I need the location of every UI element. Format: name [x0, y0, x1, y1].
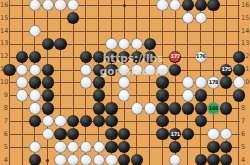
- black-stone-O8[interactable]: [169, 102, 181, 114]
- white-stone-R10[interactable]: 178: [207, 76, 219, 88]
- black-stone-S5[interactable]: [220, 141, 232, 153]
- black-stone-O5[interactable]: [169, 141, 181, 153]
- black-stone-K12[interactable]: [118, 51, 130, 63]
- black-stone-G12[interactable]: [80, 51, 92, 63]
- black-stone-D8[interactable]: [42, 102, 54, 114]
- row-label-left-14: 14: [0, 28, 8, 35]
- white-stone-C9[interactable]: [29, 89, 41, 101]
- white-stone-B9[interactable]: [16, 89, 28, 101]
- black-stone-P16[interactable]: [182, 0, 194, 11]
- black-stone-H9[interactable]: [93, 89, 105, 101]
- black-stone-Q16[interactable]: [195, 0, 207, 11]
- white-stone-H4[interactable]: [93, 154, 105, 165]
- move-number-166: 166: [209, 106, 219, 111]
- black-stone-N7[interactable]: [156, 115, 168, 127]
- white-stone-E7[interactable]: [54, 115, 66, 127]
- black-stone-Q7[interactable]: [195, 115, 207, 127]
- white-stone-P9[interactable]: [182, 89, 194, 101]
- white-stone-S6[interactable]: [220, 128, 232, 140]
- star-point-K16: [123, 4, 126, 7]
- white-stone-Q12[interactable]: 176: [195, 51, 207, 63]
- black-stone-E13[interactable]: [54, 38, 66, 50]
- white-stone-F5[interactable]: [67, 141, 79, 153]
- black-stone-C7[interactable]: [29, 115, 41, 127]
- move-number-178: 178: [209, 80, 219, 85]
- go-board-screenshot: 16151413121110987654 1615141312111098765…: [0, 0, 250, 165]
- black-stone-G7[interactable]: [80, 115, 92, 127]
- row-label-left-9: 9: [0, 92, 8, 99]
- move-number-177: 177: [170, 54, 180, 59]
- white-stone-M8[interactable]: [144, 102, 156, 114]
- white-stone-O16[interactable]: [169, 0, 181, 11]
- white-stone-D6[interactable]: [42, 128, 54, 140]
- white-stone-C16[interactable]: [29, 0, 41, 11]
- black-stone-T9[interactable]: [233, 89, 245, 101]
- black-stone-L12[interactable]: [131, 51, 143, 63]
- row-label-right-16: 16: [241, 2, 249, 9]
- row-label-left-5: 5: [0, 144, 8, 151]
- black-stone-P6[interactable]: [182, 128, 194, 140]
- black-stone-D13[interactable]: [42, 38, 54, 50]
- white-stone-J13[interactable]: [105, 38, 117, 50]
- row-label-left-15: 15: [0, 15, 8, 22]
- black-stone-K5[interactable]: [118, 141, 130, 153]
- white-stone-F4[interactable]: [67, 154, 79, 165]
- move-number-176: 176: [196, 54, 206, 59]
- white-stone-P10[interactable]: [182, 76, 194, 88]
- white-stone-Q15[interactable]: [195, 12, 207, 24]
- row-label-right-8: 8: [241, 105, 249, 112]
- row-label-left-13: 13: [0, 40, 8, 47]
- black-stone-N10[interactable]: [156, 76, 168, 88]
- row-label-right-14: 14: [241, 28, 249, 35]
- row-label-right-5: 5: [241, 144, 249, 151]
- black-stone-S10[interactable]: [220, 76, 232, 88]
- white-stone-L11[interactable]: [131, 64, 143, 76]
- white-stone-C5[interactable]: [29, 141, 41, 153]
- black-stone-B12[interactable]: [16, 51, 28, 63]
- red-highlight-O12: 177: [170, 52, 180, 62]
- black-stone-K6[interactable]: [118, 128, 130, 140]
- black-stone-S8[interactable]: [220, 102, 232, 114]
- white-stone-Q10[interactable]: [195, 76, 207, 88]
- white-stone-E16[interactable]: [54, 0, 66, 11]
- row-label-left-4: 4: [0, 157, 8, 164]
- black-stone-O11[interactable]: [169, 64, 181, 76]
- black-stone-F7[interactable]: [67, 115, 79, 127]
- black-stone-H7[interactable]: [93, 115, 105, 127]
- black-stone-H8[interactable]: [93, 102, 105, 114]
- black-stone-H11[interactable]: [93, 64, 105, 76]
- black-stone-Q8[interactable]: [195, 102, 207, 114]
- black-stone-C12[interactable]: [29, 51, 41, 63]
- black-stone-J7[interactable]: [105, 115, 117, 127]
- white-stone-K13[interactable]: [118, 38, 130, 50]
- white-stone-K11[interactable]: [118, 64, 130, 76]
- white-stone-B10[interactable]: [16, 76, 28, 88]
- white-stone-E5[interactable]: [54, 141, 66, 153]
- white-stone-N16[interactable]: [156, 0, 168, 11]
- black-stone-D10[interactable]: [42, 76, 54, 88]
- white-stone-G11[interactable]: [80, 64, 92, 76]
- row-label-left-8: 8: [0, 105, 8, 112]
- black-stone-M12[interactable]: [144, 51, 156, 63]
- black-stone-L4[interactable]: [131, 154, 143, 165]
- white-stone-T10[interactable]: [233, 76, 245, 88]
- white-stone-G10[interactable]: [80, 76, 92, 88]
- black-stone-H12[interactable]: [93, 51, 105, 63]
- black-stone-E6[interactable]: [54, 128, 66, 140]
- white-stone-L13[interactable]: [131, 38, 143, 50]
- white-stone-R6[interactable]: [207, 128, 219, 140]
- white-stone-G4[interactable]: [80, 154, 92, 165]
- row-label-left-12: 12: [0, 53, 8, 60]
- black-stone-F15[interactable]: [67, 12, 79, 24]
- black-stone-K4[interactable]: [118, 154, 130, 165]
- white-stone-M11[interactable]: [144, 64, 156, 76]
- white-stone-K9[interactable]: [118, 89, 130, 101]
- black-stone-T11[interactable]: [233, 64, 245, 76]
- black-stone-N6[interactable]: [156, 128, 168, 140]
- white-stone-J4[interactable]: [105, 154, 117, 165]
- black-stone-R4[interactable]: [207, 154, 219, 165]
- white-stone-R8[interactable]: 166: [207, 102, 219, 114]
- row-label-right-13: 13: [241, 40, 249, 47]
- black-stone-J8[interactable]: [105, 102, 117, 114]
- white-stone-G5[interactable]: [80, 141, 92, 153]
- row-label-right-6: 6: [241, 131, 249, 138]
- white-stone-D7[interactable]: [42, 115, 54, 127]
- black-stone-J5[interactable]: [105, 141, 117, 153]
- white-stone-O4[interactable]: [169, 154, 181, 165]
- row-label-right-7: 7: [241, 118, 249, 125]
- row-label-right-15: 15: [241, 15, 249, 22]
- white-stone-K10[interactable]: [118, 76, 130, 88]
- black-stone-Q9[interactable]: [195, 89, 207, 101]
- black-stone-N9[interactable]: [156, 89, 168, 101]
- black-stone-C10[interactable]: [29, 76, 41, 88]
- white-stone-C11[interactable]: [29, 64, 41, 76]
- black-stone-T12[interactable]: [233, 51, 245, 63]
- white-stone-E4[interactable]: [54, 154, 66, 165]
- move-number-175: 175: [221, 67, 231, 72]
- row-label-left-7: 7: [0, 118, 8, 125]
- black-stone-J11[interactable]: [105, 64, 117, 76]
- white-stone-L8[interactable]: [131, 102, 143, 114]
- black-stone-J6[interactable]: [105, 128, 117, 140]
- black-stone-S11[interactable]: 175: [220, 64, 232, 76]
- black-stone-F6[interactable]: [67, 128, 79, 140]
- white-stone-H5[interactable]: [93, 141, 105, 153]
- black-stone-D11[interactable]: [42, 64, 54, 76]
- black-stone-Q4[interactable]: [195, 154, 207, 165]
- white-stone-D16[interactable]: [42, 0, 54, 11]
- white-stone-C8[interactable]: [29, 102, 41, 114]
- white-stone-B11[interactable]: [16, 64, 28, 76]
- black-stone-C4[interactable]: [29, 154, 41, 165]
- black-stone-M13[interactable]: [144, 38, 156, 50]
- black-stone-R16[interactable]: [207, 0, 219, 11]
- row-label-left-16: 16: [0, 2, 8, 9]
- row-label-left-6: 6: [0, 131, 8, 138]
- white-stone-C14[interactable]: [29, 25, 41, 37]
- white-stone-F16[interactable]: [67, 0, 79, 11]
- black-stone-H10[interactable]: [93, 76, 105, 88]
- black-stone-D9[interactable]: [42, 89, 54, 101]
- star-point-D4: [46, 159, 49, 162]
- row-label-right-4: 4: [241, 157, 249, 164]
- white-stone-P15[interactable]: [182, 12, 194, 24]
- green-highlight-R8: 166: [208, 103, 218, 113]
- black-stone-N8[interactable]: [156, 102, 168, 114]
- black-stone-A11[interactable]: [3, 64, 15, 76]
- black-stone-R5[interactable]: [207, 141, 219, 153]
- row-label-left-10: 10: [0, 79, 8, 86]
- black-stone-S4[interactable]: [220, 154, 232, 165]
- black-stone-O12[interactable]: 177: [169, 51, 181, 63]
- white-stone-N11[interactable]: [156, 64, 168, 76]
- black-stone-J12[interactable]: [105, 51, 117, 63]
- black-stone-O6[interactable]: 171: [169, 128, 181, 140]
- move-number-171: 171: [170, 132, 180, 137]
- black-stone-P8[interactable]: [182, 102, 194, 114]
